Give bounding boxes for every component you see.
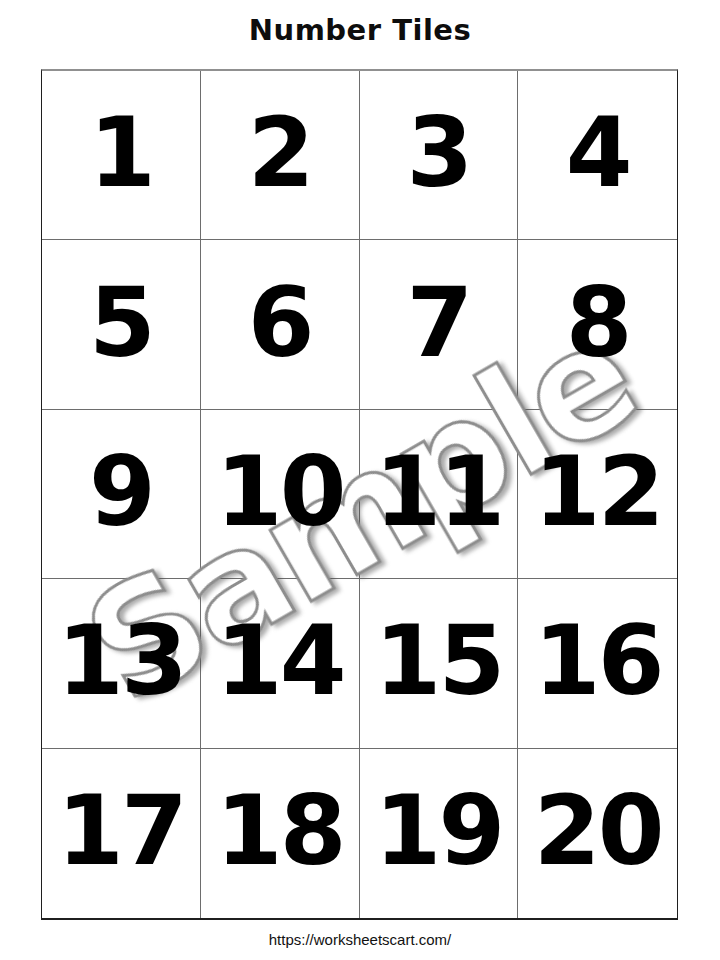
tile-number: 15 <box>375 613 503 709</box>
tile-number: 14 <box>216 613 344 709</box>
tile-5: 5 <box>42 240 201 409</box>
tile-number: 6 <box>248 275 312 371</box>
tile-15: 15 <box>360 579 519 748</box>
number-tiles-grid: 1 2 3 4 5 6 7 8 9 10 11 12 13 14 15 16 1… <box>41 69 678 920</box>
tile-1: 1 <box>42 71 201 240</box>
tile-6: 6 <box>201 240 360 409</box>
tile-2: 2 <box>201 71 360 240</box>
tile-17: 17 <box>42 749 201 918</box>
tile-13: 13 <box>42 579 201 748</box>
tile-3: 3 <box>360 71 519 240</box>
tile-number: 16 <box>534 613 662 709</box>
tile-number: 1 <box>89 105 153 201</box>
tile-number: 18 <box>216 783 344 879</box>
tile-number: 19 <box>375 783 503 879</box>
tile-10: 10 <box>201 410 360 579</box>
tile-12: 12 <box>518 410 677 579</box>
tile-number: 13 <box>57 613 185 709</box>
tile-number: 8 <box>566 275 630 371</box>
tile-number: 9 <box>89 444 153 540</box>
tile-7: 7 <box>360 240 519 409</box>
tile-19: 19 <box>360 749 519 918</box>
tile-11: 11 <box>360 410 519 579</box>
tile-9: 9 <box>42 410 201 579</box>
tile-4: 4 <box>518 71 677 240</box>
website-url[interactable]: https://worksheetscart.com/ <box>0 931 720 948</box>
tile-number: 11 <box>375 444 503 540</box>
tile-number: 17 <box>57 783 185 879</box>
tile-14: 14 <box>201 579 360 748</box>
tile-number: 10 <box>216 444 344 540</box>
tile-number: 3 <box>406 105 470 201</box>
tile-number: 5 <box>89 275 153 371</box>
tile-number: 12 <box>534 444 662 540</box>
tile-16: 16 <box>518 579 677 748</box>
tile-number: 7 <box>406 275 470 371</box>
tile-number: 4 <box>566 105 630 201</box>
tile-number: 20 <box>534 783 662 879</box>
tile-number: 2 <box>248 105 312 201</box>
page-title: Number Tiles <box>0 13 720 47</box>
tile-18: 18 <box>201 749 360 918</box>
tile-8: 8 <box>518 240 677 409</box>
tile-20: 20 <box>518 749 677 918</box>
